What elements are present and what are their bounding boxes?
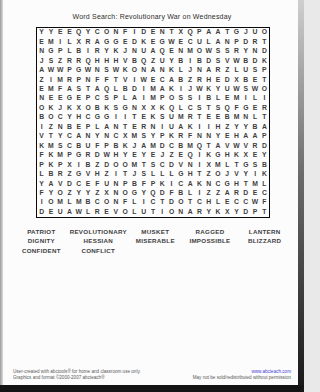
grid-cell-r5c5[interactable]: G <box>74 66 83 75</box>
grid-cell-r15c25[interactable]: B <box>260 160 269 169</box>
grid-cell-r8c23[interactable]: I <box>241 94 250 103</box>
grid-cell-r3c5[interactable]: B <box>74 47 83 56</box>
grid-cell-r1c22[interactable]: G <box>232 28 241 37</box>
grid-cell-r13c16[interactable]: B <box>176 141 185 150</box>
grid-cell-r5c22[interactable]: L <box>232 66 241 75</box>
grid-cell-r12c5[interactable]: A <box>74 132 83 141</box>
grid-cell-r2c19[interactable]: L <box>204 37 213 46</box>
grid-cell-r11c20[interactable]: H <box>213 122 222 131</box>
grid-cell-r2c16[interactable]: E <box>176 37 185 46</box>
grid-cell-r7c17[interactable]: J <box>185 85 194 94</box>
grid-cell-r17c21[interactable]: G <box>223 179 232 188</box>
grid-cell-r1c13[interactable]: E <box>148 28 157 37</box>
grid-cell-r17c9[interactable]: N <box>111 179 120 188</box>
grid-cell-r11c17[interactable]: K <box>185 122 194 131</box>
grid-cell-r3c11[interactable]: N <box>130 47 139 56</box>
grid-cell-r15c5[interactable]: I <box>74 160 83 169</box>
grid-cell-r10c5[interactable]: H <box>74 113 83 122</box>
grid-cell-r3c18[interactable]: O <box>195 47 204 56</box>
grid-cell-r5c8[interactable]: S <box>102 66 111 75</box>
grid-cell-r17c24[interactable]: M <box>250 179 259 188</box>
grid-cell-r1c1[interactable]: Y <box>37 28 46 37</box>
grid-cell-r12c14[interactable]: P <box>158 132 167 141</box>
grid-cell-r8c16[interactable]: S <box>176 94 185 103</box>
grid-cell-r1c2[interactable]: Y <box>46 28 55 37</box>
grid-cell-r9c13[interactable]: X <box>148 104 157 113</box>
grid-cell-r15c11[interactable]: M <box>130 160 139 169</box>
grid-cell-r7c25[interactable]: O <box>260 85 269 94</box>
grid-cell-r12c25[interactable]: P <box>260 132 269 141</box>
grid-cell-r16c21[interactable]: J <box>223 170 232 179</box>
grid-cell-r1c25[interactable]: O <box>260 28 269 37</box>
grid-cell-r12c7[interactable]: Y <box>93 132 102 141</box>
grid-cell-r6c12[interactable]: W <box>139 75 148 84</box>
grid-cell-r6c17[interactable]: Z <box>185 75 194 84</box>
grid-cell-r9c24[interactable]: E <box>250 104 259 113</box>
grid-cell-r1c12[interactable]: D <box>139 28 148 37</box>
grid-cell-r2c18[interactable]: U <box>195 37 204 46</box>
grid-cell-r17c20[interactable]: C <box>213 179 222 188</box>
grid-cell-r7c16[interactable]: I <box>176 85 185 94</box>
grid-cell-r8c5[interactable]: E <box>74 94 83 103</box>
grid-cell-r20c23[interactable]: D <box>241 208 250 217</box>
grid-cell-r1c19[interactable]: A <box>204 28 213 37</box>
grid-cell-r15c17[interactable]: N <box>185 160 194 169</box>
grid-cell-r8c3[interactable]: E <box>56 94 65 103</box>
grid-cell-r13c17[interactable]: M <box>185 141 194 150</box>
grid-cell-r9c17[interactable]: C <box>185 104 194 113</box>
grid-cell-r3c16[interactable]: N <box>176 47 185 56</box>
grid-cell-r11c4[interactable]: B <box>65 122 74 131</box>
grid-cell-r11c1[interactable]: I <box>37 122 46 131</box>
grid-cell-r13c12[interactable]: A <box>139 141 148 150</box>
grid-cell-r19c11[interactable]: L <box>130 198 139 207</box>
grid-cell-r19c15[interactable]: D <box>167 198 176 207</box>
grid-cell-r13c8[interactable]: P <box>102 141 111 150</box>
grid-cell-r11c11[interactable]: E <box>130 122 139 131</box>
grid-cell-r12c4[interactable]: C <box>65 132 74 141</box>
grid-cell-r9c4[interactable]: K <box>65 104 74 113</box>
grid-cell-r4c17[interactable]: I <box>185 56 194 65</box>
grid-cell-r10c13[interactable]: K <box>148 113 157 122</box>
grid-cell-r2c15[interactable]: W <box>167 37 176 46</box>
grid-cell-r14c24[interactable]: E <box>250 151 259 160</box>
grid-cell-r16c6[interactable]: V <box>83 170 92 179</box>
grid-cell-r12c6[interactable]: N <box>83 132 92 141</box>
grid-cell-r17c14[interactable]: K <box>158 179 167 188</box>
grid-cell-r4c8[interactable]: H <box>102 56 111 65</box>
grid-cell-r8c25[interactable]: I <box>260 94 269 103</box>
grid-cell-r13c11[interactable]: J <box>130 141 139 150</box>
grid-cell-r12c23[interactable]: A <box>241 132 250 141</box>
grid-cell-r18c16[interactable]: B <box>176 189 185 198</box>
grid-cell-r1c24[interactable]: U <box>250 28 259 37</box>
grid-cell-r11c5[interactable]: E <box>74 122 83 131</box>
grid-cell-r18c9[interactable]: N <box>111 189 120 198</box>
grid-cell-r6c4[interactable]: R <box>65 75 74 84</box>
grid-cell-r13c19[interactable]: T <box>204 141 213 150</box>
grid-cell-r4c14[interactable]: U <box>158 56 167 65</box>
grid-cell-r3c4[interactable]: L <box>65 47 74 56</box>
grid-cell-r6c15[interactable]: A <box>167 75 176 84</box>
grid-cell-r18c19[interactable]: Z <box>204 189 213 198</box>
grid-cell-r19c6[interactable]: B <box>83 198 92 207</box>
grid-cell-r10c7[interactable]: G <box>93 113 102 122</box>
grid-cell-r10c14[interactable]: S <box>158 113 167 122</box>
grid-cell-r13c20[interactable]: A <box>213 141 222 150</box>
grid-cell-r15c19[interactable]: X <box>204 160 213 169</box>
grid-cell-r7c21[interactable]: U <box>223 85 232 94</box>
grid-cell-r19c2[interactable]: O <box>46 198 55 207</box>
grid-cell-r6c6[interactable]: N <box>83 75 92 84</box>
grid-cell-r11c16[interactable]: A <box>176 122 185 131</box>
grid-cell-r18c14[interactable]: D <box>158 189 167 198</box>
grid-cell-r3c22[interactable]: R <box>232 47 241 56</box>
grid-cell-r16c8[interactable]: Z <box>102 170 111 179</box>
grid-cell-r3c13[interactable]: A <box>148 47 157 56</box>
grid-cell-r3c6[interactable]: I <box>83 47 92 56</box>
grid-cell-r20c2[interactable]: E <box>46 208 55 217</box>
grid-cell-r14c18[interactable]: I <box>195 151 204 160</box>
grid-cell-r18c18[interactable]: I <box>195 189 204 198</box>
grid-cell-r20c24[interactable]: P <box>250 208 259 217</box>
grid-cell-r8c24[interactable]: L <box>250 94 259 103</box>
grid-cell-r4c5[interactable]: R <box>74 56 83 65</box>
grid-cell-r5c14[interactable]: N <box>158 66 167 75</box>
grid-cell-r18c23[interactable]: D <box>241 189 250 198</box>
grid-cell-r4c18[interactable]: B <box>195 56 204 65</box>
grid-cell-r18c21[interactable]: A <box>223 189 232 198</box>
grid-cell-r5c17[interactable]: J <box>185 66 194 75</box>
grid-cell-r10c3[interactable]: C <box>56 113 65 122</box>
grid-cell-r19c4[interactable]: L <box>65 198 74 207</box>
grid-cell-r10c17[interactable]: R <box>185 113 194 122</box>
grid-cell-r8c11[interactable]: A <box>130 94 139 103</box>
grid-cell-r14c4[interactable]: P <box>65 151 74 160</box>
grid-cell-r20c8[interactable]: E <box>102 208 111 217</box>
grid-cell-r7c6[interactable]: T <box>83 85 92 94</box>
grid-cell-r16c3[interactable]: R <box>56 170 65 179</box>
grid-cell-r11c25[interactable]: A <box>260 122 269 131</box>
grid-cell-r13c15[interactable]: C <box>167 141 176 150</box>
grid-cell-r9c9[interactable]: S <box>111 104 120 113</box>
grid-cell-r2c12[interactable]: K <box>139 37 148 46</box>
grid-cell-r13c23[interactable]: V <box>241 141 250 150</box>
grid-cell-r9c20[interactable]: S <box>213 104 222 113</box>
grid-cell-r10c1[interactable]: B <box>37 113 46 122</box>
grid-cell-r16c9[interactable]: I <box>111 170 120 179</box>
grid-cell-r18c12[interactable]: Y <box>139 189 148 198</box>
grid-cell-r18c3[interactable]: O <box>56 189 65 198</box>
grid-cell-r8c4[interactable]: G <box>65 94 74 103</box>
grid-cell-r4c20[interactable]: S <box>213 56 222 65</box>
grid-cell-r15c13[interactable]: S <box>148 160 157 169</box>
grid-cell-r8c9[interactable]: P <box>111 94 120 103</box>
grid-cell-r6c7[interactable]: F <box>93 75 102 84</box>
grid-cell-r14c5[interactable]: G <box>74 151 83 160</box>
grid-cell-r4c13[interactable]: Z <box>148 56 157 65</box>
grid-cell-r4c25[interactable]: K <box>260 56 269 65</box>
grid-cell-r8c19[interactable]: B <box>204 94 213 103</box>
grid-cell-r1c17[interactable]: Q <box>185 28 194 37</box>
grid-cell-r11c2[interactable]: Z <box>46 122 55 131</box>
grid-cell-r9c8[interactable]: K <box>102 104 111 113</box>
grid-cell-r19c9[interactable]: N <box>111 198 120 207</box>
grid-cell-r5c9[interactable]: W <box>111 66 120 75</box>
grid-cell-r20c25[interactable]: T <box>260 208 269 217</box>
grid-cell-r4c9[interactable]: H <box>111 56 120 65</box>
grid-cell-r6c9[interactable]: T <box>111 75 120 84</box>
grid-cell-r18c4[interactable]: Z <box>65 189 74 198</box>
grid-cell-r8c13[interactable]: M <box>148 94 157 103</box>
grid-cell-r4c22[interactable]: W <box>232 56 241 65</box>
grid-cell-r10c25[interactable]: T <box>260 113 269 122</box>
grid-cell-r12c20[interactable]: Y <box>213 132 222 141</box>
grid-cell-r6c22[interactable]: X <box>232 75 241 84</box>
grid-cell-r15c9[interactable]: O <box>111 160 120 169</box>
grid-cell-r19c16[interactable]: O <box>176 198 185 207</box>
grid-cell-r14c22[interactable]: K <box>232 151 241 160</box>
grid-cell-r4c10[interactable]: V <box>121 56 130 65</box>
grid-cell-r18c13[interactable]: Q <box>148 189 157 198</box>
grid-cell-r19c18[interactable]: C <box>195 198 204 207</box>
grid-cell-r9c1[interactable]: O <box>37 104 46 113</box>
grid-cell-r14c7[interactable]: D <box>93 151 102 160</box>
grid-cell-r4c3[interactable]: Z <box>56 56 65 65</box>
grid-cell-r6c3[interactable]: M <box>56 75 65 84</box>
grid-cell-r2c10[interactable]: E <box>121 37 130 46</box>
grid-cell-r20c9[interactable]: V <box>111 208 120 217</box>
grid-cell-r14c13[interactable]: E <box>148 151 157 160</box>
grid-cell-r17c7[interactable]: F <box>93 179 102 188</box>
grid-cell-r12c2[interactable]: T <box>46 132 55 141</box>
grid-cell-r3c23[interactable]: Y <box>241 47 250 56</box>
grid-cell-r2c25[interactable]: T <box>260 37 269 46</box>
grid-cell-r12c17[interactable]: F <box>185 132 194 141</box>
grid-cell-r11c3[interactable]: N <box>56 122 65 131</box>
grid-cell-r1c18[interactable]: P <box>195 28 204 37</box>
grid-cell-r14c25[interactable]: Y <box>260 151 269 160</box>
grid-cell-r19c14[interactable]: T <box>158 198 167 207</box>
grid-cell-r10c23[interactable]: N <box>241 113 250 122</box>
grid-cell-r3c14[interactable]: Q <box>158 47 167 56</box>
grid-cell-r15c20[interactable]: M <box>213 160 222 169</box>
grid-cell-r19c8[interactable]: O <box>102 198 111 207</box>
grid-cell-r2c23[interactable]: D <box>241 37 250 46</box>
grid-cell-r10c15[interactable]: U <box>167 113 176 122</box>
grid-cell-r2c2[interactable]: M <box>46 37 55 46</box>
grid-cell-r6c20[interactable]: E <box>213 75 222 84</box>
grid-cell-r10c12[interactable]: E <box>139 113 148 122</box>
grid-cell-r6c24[interactable]: E <box>250 75 259 84</box>
grid-cell-r3c19[interactable]: W <box>204 47 213 56</box>
grid-cell-r15c14[interactable]: C <box>158 160 167 169</box>
grid-cell-r11c15[interactable]: U <box>167 122 176 131</box>
grid-cell-r19c3[interactable]: M <box>56 198 65 207</box>
grid-cell-r18c10[interactable]: O <box>121 189 130 198</box>
grid-cell-r10c4[interactable]: Y <box>65 113 74 122</box>
grid-cell-r17c13[interactable]: P <box>148 179 157 188</box>
grid-cell-r7c1[interactable]: E <box>37 85 46 94</box>
grid-cell-r20c7[interactable]: R <box>93 208 102 217</box>
grid-cell-r1c15[interactable]: T <box>167 28 176 37</box>
grid-cell-r16c25[interactable]: K <box>260 170 269 179</box>
grid-cell-r20c16[interactable]: N <box>176 208 185 217</box>
grid-cell-r10c11[interactable]: T <box>130 113 139 122</box>
grid-cell-r7c3[interactable]: F <box>56 85 65 94</box>
grid-cell-r14c6[interactable]: R <box>83 151 92 160</box>
grid-cell-r1c9[interactable]: N <box>111 28 120 37</box>
grid-cell-r15c3[interactable]: P <box>56 160 65 169</box>
grid-cell-r7c20[interactable]: Y <box>213 85 222 94</box>
grid-cell-r12c19[interactable]: N <box>204 132 213 141</box>
grid-cell-r13c4[interactable]: C <box>65 141 74 150</box>
grid-cell-r6c11[interactable]: I <box>130 75 139 84</box>
grid-cell-r14c9[interactable]: H <box>111 151 120 160</box>
grid-cell-r1c20[interactable]: A <box>213 28 222 37</box>
grid-cell-r18c11[interactable]: G <box>130 189 139 198</box>
grid-cell-r7c14[interactable]: A <box>158 85 167 94</box>
grid-cell-r12c12[interactable]: S <box>139 132 148 141</box>
grid-cell-r18c5[interactable]: Y <box>74 189 83 198</box>
grid-cell-r11c24[interactable]: B <box>250 122 259 131</box>
grid-cell-r11c8[interactable]: A <box>102 122 111 131</box>
grid-cell-r18c8[interactable]: X <box>102 189 111 198</box>
grid-cell-r2c13[interactable]: E <box>148 37 157 46</box>
grid-cell-r16c5[interactable]: G <box>74 170 83 179</box>
grid-cell-r1c14[interactable]: N <box>158 28 167 37</box>
grid-cell-r7c7[interactable]: A <box>93 85 102 94</box>
grid-cell-r5c7[interactable]: N <box>93 66 102 75</box>
grid-cell-r9c16[interactable]: L <box>176 104 185 113</box>
grid-cell-r14c2[interactable]: K <box>46 151 55 160</box>
grid-cell-r8c10[interactable]: L <box>121 94 130 103</box>
grid-cell-r6c19[interactable]: H <box>204 75 213 84</box>
grid-cell-r16c24[interactable]: I <box>250 170 259 179</box>
grid-cell-r9c5[interactable]: X <box>74 104 83 113</box>
grid-cell-r16c18[interactable]: T <box>195 170 204 179</box>
grid-cell-r10c21[interactable]: B <box>223 113 232 122</box>
grid-cell-r17c6[interactable]: E <box>83 179 92 188</box>
grid-cell-r4c21[interactable]: V <box>223 56 232 65</box>
grid-cell-r12c8[interactable]: N <box>102 132 111 141</box>
grid-cell-r20c4[interactable]: A <box>65 208 74 217</box>
grid-cell-r9c25[interactable]: R <box>260 104 269 113</box>
grid-cell-r19c1[interactable]: I <box>37 198 46 207</box>
grid-cell-r1c8[interactable]: O <box>102 28 111 37</box>
grid-cell-r1c5[interactable]: Q <box>74 28 83 37</box>
grid-cell-r19c25[interactable]: F <box>260 198 269 207</box>
grid-cell-r9c3[interactable]: J <box>56 104 65 113</box>
grid-cell-r13c6[interactable]: U <box>83 141 92 150</box>
grid-cell-r5c21[interactable]: Z <box>223 66 232 75</box>
grid-cell-r20c18[interactable]: R <box>195 208 204 217</box>
grid-cell-r2c9[interactable]: G <box>111 37 120 46</box>
grid-cell-r9c10[interactable]: G <box>121 104 130 113</box>
grid-cell-r10c20[interactable]: E <box>213 113 222 122</box>
grid-cell-r5c4[interactable]: P <box>65 66 74 75</box>
grid-cell-r2c1[interactable]: E <box>37 37 46 46</box>
grid-cell-r18c1[interactable]: F <box>37 189 46 198</box>
grid-cell-r16c15[interactable]: L <box>167 170 176 179</box>
grid-cell-r1c21[interactable]: T <box>223 28 232 37</box>
grid-cell-r17c18[interactable]: K <box>195 179 204 188</box>
grid-cell-r8c17[interactable]: S <box>185 94 194 103</box>
grid-cell-r1c10[interactable]: F <box>121 28 130 37</box>
grid-cell-r19c7[interactable]: C <box>93 198 102 207</box>
grid-cell-r15c21[interactable]: L <box>223 160 232 169</box>
grid-cell-r20c3[interactable]: U <box>56 208 65 217</box>
grid-cell-r5c2[interactable]: W <box>46 66 55 75</box>
grid-cell-r17c25[interactable]: L <box>260 179 269 188</box>
grid-cell-r10c9[interactable]: I <box>111 113 120 122</box>
grid-cell-r5c16[interactable]: L <box>176 66 185 75</box>
grid-cell-r16c16[interactable]: G <box>176 170 185 179</box>
grid-cell-r14c8[interactable]: W <box>102 151 111 160</box>
grid-cell-r11c23[interactable]: Y <box>241 122 250 131</box>
grid-cell-r7c12[interactable]: I <box>139 85 148 94</box>
grid-cell-r1c6[interactable]: Y <box>83 28 92 37</box>
grid-cell-r19c17[interactable]: T <box>185 198 194 207</box>
grid-cell-r19c23[interactable]: C <box>241 198 250 207</box>
grid-cell-r19c20[interactable]: L <box>213 198 222 207</box>
grid-cell-r20c12[interactable]: U <box>139 208 148 217</box>
grid-cell-r8c12[interactable]: I <box>139 94 148 103</box>
grid-cell-r1c11[interactable]: I <box>130 28 139 37</box>
grid-cell-r2c22[interactable]: P <box>232 37 241 46</box>
grid-cell-r9c14[interactable]: K <box>158 104 167 113</box>
grid-cell-r16c13[interactable]: L <box>148 170 157 179</box>
grid-cell-r5c15[interactable]: K <box>167 66 176 75</box>
grid-cell-r17c16[interactable]: C <box>176 179 185 188</box>
grid-cell-r4c23[interactable]: B <box>241 56 250 65</box>
grid-cell-r9c2[interactable]: K <box>46 104 55 113</box>
grid-cell-r7c15[interactable]: K <box>167 85 176 94</box>
grid-cell-r14c14[interactable]: J <box>158 151 167 160</box>
grid-cell-r5c6[interactable]: W <box>83 66 92 75</box>
grid-cell-r2c8[interactable]: G <box>102 37 111 46</box>
grid-cell-r10c2[interactable]: O <box>46 113 55 122</box>
grid-cell-r19c12[interactable]: I <box>139 198 148 207</box>
grid-cell-r10c6[interactable]: C <box>83 113 92 122</box>
grid-cell-r2c3[interactable]: I <box>56 37 65 46</box>
grid-cell-r19c22[interactable]: C <box>232 198 241 207</box>
grid-cell-r17c23[interactable]: T <box>241 179 250 188</box>
grid-cell-r7c13[interactable]: M <box>148 85 157 94</box>
grid-cell-r17c5[interactable]: C <box>74 179 83 188</box>
grid-cell-r8c1[interactable]: N <box>37 94 46 103</box>
grid-cell-r20c14[interactable]: I <box>158 208 167 217</box>
grid-cell-r13c7[interactable]: F <box>93 141 102 150</box>
grid-cell-r3c25[interactable]: D <box>260 47 269 56</box>
grid-cell-r8c8[interactable]: S <box>102 94 111 103</box>
grid-cell-r4c2[interactable]: S <box>46 56 55 65</box>
grid-cell-r17c12[interactable]: F <box>139 179 148 188</box>
grid-cell-r16c10[interactable]: T <box>121 170 130 179</box>
grid-cell-r16c1[interactable]: L <box>37 170 46 179</box>
grid-cell-r11c14[interactable]: I <box>158 122 167 131</box>
grid-cell-r3c1[interactable]: N <box>37 47 46 56</box>
grid-cell-r18c17[interactable]: L <box>185 189 194 198</box>
grid-cell-r5c11[interactable]: O <box>130 66 139 75</box>
grid-cell-r16c22[interactable]: V <box>232 170 241 179</box>
grid-cell-r5c25[interactable]: P <box>260 66 269 75</box>
grid-cell-r2c6[interactable]: R <box>83 37 92 46</box>
grid-cell-r13c9[interactable]: B <box>111 141 120 150</box>
grid-cell-r6c1[interactable]: Z <box>37 75 46 84</box>
grid-cell-r1c7[interactable]: C <box>93 28 102 37</box>
grid-cell-r11c12[interactable]: R <box>139 122 148 131</box>
